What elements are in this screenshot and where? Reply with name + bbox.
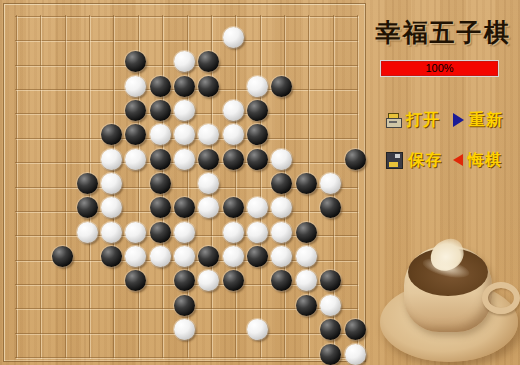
stone-white	[320, 295, 341, 316]
stone-black	[101, 246, 122, 267]
stone-black	[174, 76, 195, 97]
stone-white	[223, 222, 244, 243]
stone-white	[101, 173, 122, 194]
open-icon	[386, 113, 402, 128]
app-title: 幸福五子棋	[372, 16, 514, 49]
stone-white	[247, 222, 268, 243]
stone-black	[125, 270, 146, 291]
stone-black	[174, 295, 195, 316]
stone-black	[77, 173, 98, 194]
restart-button[interactable]: 重新	[453, 110, 503, 130]
progress-label: 100%	[381, 61, 498, 76]
stone-black	[223, 197, 244, 218]
stone-white	[247, 76, 268, 97]
stone-black	[247, 100, 268, 121]
stone-black	[77, 197, 98, 218]
stone-white	[198, 173, 219, 194]
stone-white	[271, 197, 292, 218]
stone-black	[198, 76, 219, 97]
stone-black	[125, 100, 146, 121]
stone-black	[150, 76, 171, 97]
coffee-cup-image	[378, 238, 520, 365]
stone-white	[296, 246, 317, 267]
stone-black	[320, 319, 341, 340]
board-gridline	[15, 357, 358, 358]
stone-black	[345, 319, 366, 340]
stone-black	[296, 295, 317, 316]
stone-white	[174, 246, 195, 267]
stone-black	[271, 173, 292, 194]
stone-white	[223, 246, 244, 267]
stone-white	[198, 197, 219, 218]
stone-white	[271, 222, 292, 243]
stone-black	[345, 149, 366, 170]
restart-arrow-icon	[453, 113, 464, 127]
stone-black	[320, 344, 341, 365]
board-gridline	[235, 15, 236, 358]
stone-black	[125, 124, 146, 145]
restart-button-label: 重新	[469, 110, 503, 131]
stone-black	[296, 222, 317, 243]
progress-bar: 100%	[380, 60, 499, 77]
stone-black	[247, 149, 268, 170]
stone-white	[223, 27, 244, 48]
stone-black	[247, 246, 268, 267]
stone-black	[150, 197, 171, 218]
stone-white	[320, 173, 341, 194]
stone-white	[271, 149, 292, 170]
gomoku-app-window: 幸福五子棋 100% 打开 重新 保存 悔棋	[0, 0, 520, 365]
stone-white	[174, 149, 195, 170]
stone-white	[247, 197, 268, 218]
stone-white	[174, 222, 195, 243]
coffee-cup-handle	[482, 282, 520, 314]
stone-black	[101, 124, 122, 145]
stone-black	[150, 173, 171, 194]
stone-white	[174, 51, 195, 72]
stone-white	[296, 270, 317, 291]
save-button-label: 保存	[408, 150, 442, 171]
stone-white	[271, 246, 292, 267]
stone-black	[320, 270, 341, 291]
stone-black	[271, 270, 292, 291]
stone-white	[174, 100, 195, 121]
stone-white	[223, 100, 244, 121]
stone-white	[345, 344, 366, 365]
stone-black	[150, 222, 171, 243]
board-gridline	[357, 15, 358, 358]
undo-arrow-icon	[453, 154, 463, 166]
stone-black	[247, 124, 268, 145]
stone-white	[174, 124, 195, 145]
open-button[interactable]: 打开	[386, 110, 440, 130]
stone-black	[174, 270, 195, 291]
stone-white	[223, 124, 244, 145]
stone-black	[296, 173, 317, 194]
stone-black	[271, 76, 292, 97]
board-gridline	[260, 15, 261, 358]
stone-black	[150, 149, 171, 170]
gomoku-board[interactable]	[3, 3, 366, 362]
stone-white	[247, 319, 268, 340]
stone-black	[198, 149, 219, 170]
stone-white	[125, 76, 146, 97]
stone-white	[150, 124, 171, 145]
stone-white	[125, 222, 146, 243]
stone-black	[174, 197, 195, 218]
undo-button[interactable]: 悔棋	[453, 150, 502, 170]
stone-white	[174, 319, 195, 340]
stone-white	[101, 222, 122, 243]
stone-black	[198, 246, 219, 267]
stone-white	[198, 270, 219, 291]
save-icon	[386, 152, 403, 169]
undo-button-label: 悔棋	[468, 150, 502, 171]
stone-black	[125, 51, 146, 72]
stone-black	[320, 197, 341, 218]
stone-black	[198, 51, 219, 72]
stone-white	[77, 222, 98, 243]
stone-white	[101, 197, 122, 218]
stone-black	[52, 246, 73, 267]
stone-white	[198, 124, 219, 145]
stone-white	[125, 246, 146, 267]
stone-white	[150, 246, 171, 267]
save-button[interactable]: 保存	[386, 150, 442, 170]
stone-black	[223, 149, 244, 170]
stone-black	[150, 100, 171, 121]
stone-black	[223, 270, 244, 291]
stone-white	[125, 149, 146, 170]
stone-white	[101, 149, 122, 170]
open-button-label: 打开	[406, 110, 440, 131]
